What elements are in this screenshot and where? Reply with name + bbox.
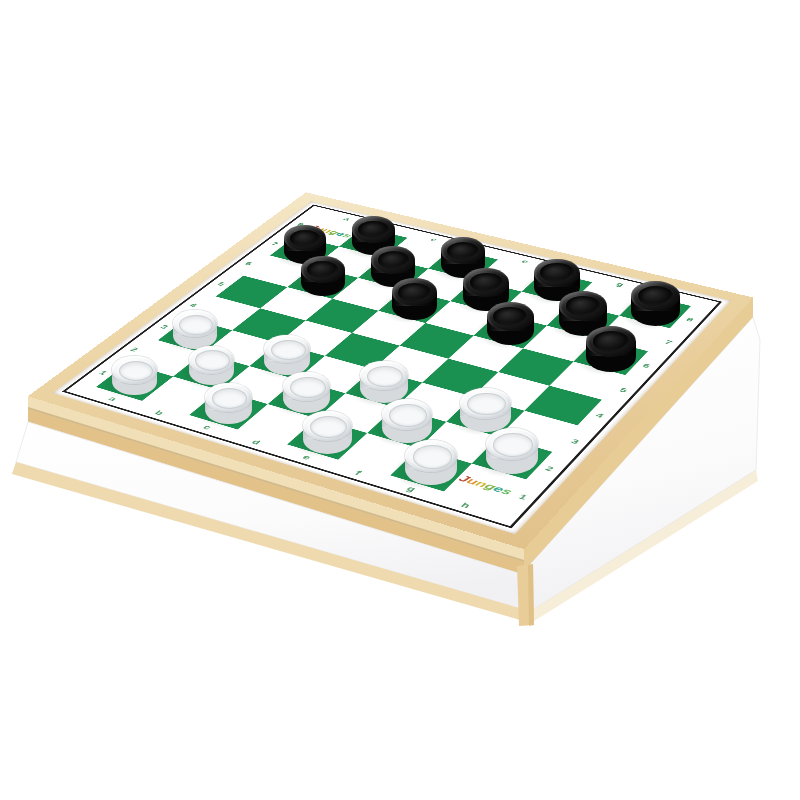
checker-white-c1[interactable]: [205, 383, 252, 424]
piece-top-inner-ring: [493, 433, 533, 456]
checker-white-e3[interactable]: [360, 361, 408, 403]
checker-white-a3[interactable]: [173, 310, 217, 348]
checkers-box-product-photo: aabbccddeeffgghh8877665544332211 JungesJ…: [0, 0, 800, 800]
piece-top-inner-ring: [413, 445, 452, 468]
checker-white-g3[interactable]: [460, 388, 510, 432]
piece-top-inner-ring: [290, 230, 320, 247]
checker-white-c3[interactable]: [264, 335, 310, 375]
piece-top-inner-ring: [290, 377, 326, 398]
piece-top-inner-ring: [467, 393, 505, 416]
checker-black-h8[interactable]: [631, 281, 680, 326]
checker-white-g1[interactable]: [405, 440, 457, 485]
piece-top-inner-ring: [179, 315, 212, 335]
piece-top-inner-ring: [195, 350, 229, 370]
piece-top-inner-ring: [447, 242, 479, 260]
piece-top-inner-ring: [638, 286, 673, 306]
box-corner-post-shade: [528, 564, 534, 626]
piece-top-inner-ring: [398, 283, 431, 302]
checker-white-d2[interactable]: [283, 372, 330, 414]
checker-white-f2[interactable]: [382, 399, 432, 443]
checker-black-d6[interactable]: [392, 278, 437, 320]
checker-white-h2[interactable]: [486, 428, 538, 474]
piece-top-inner-ring: [310, 416, 347, 438]
piece-top-inner-ring: [493, 307, 527, 326]
checker-black-b6[interactable]: [301, 256, 344, 296]
checker-black-h6[interactable]: [586, 326, 636, 372]
checker-white-b2[interactable]: [189, 346, 234, 386]
piece-top-inner-ring: [271, 340, 306, 361]
checker-white-a1[interactable]: [112, 356, 156, 395]
piece-top-inner-ring: [358, 221, 389, 238]
piece-top-inner-ring: [470, 273, 503, 292]
piece-top-inner-ring: [378, 251, 410, 269]
piece-top-inner-ring: [593, 331, 629, 351]
checker-black-f6[interactable]: [487, 302, 535, 346]
piece-top-inner-ring: [119, 361, 153, 381]
checker-white-e1[interactable]: [303, 411, 352, 454]
piece-top-inner-ring: [212, 388, 248, 409]
piece-top-inner-ring: [389, 404, 427, 426]
